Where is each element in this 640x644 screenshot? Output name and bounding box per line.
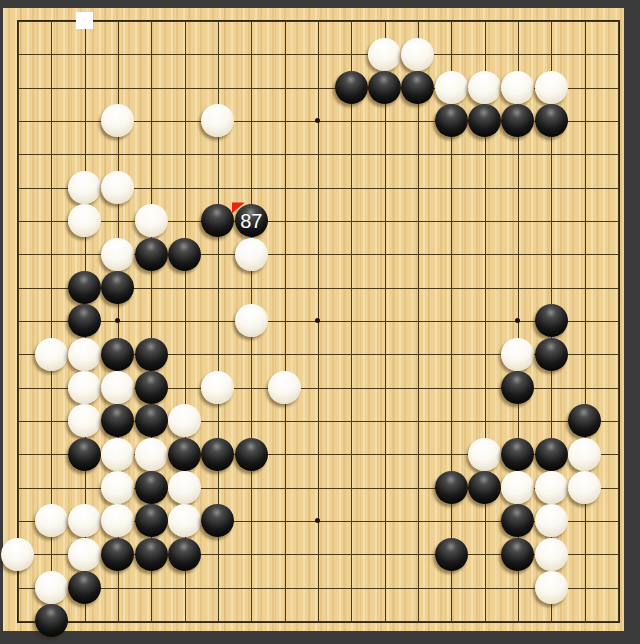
star-point <box>515 318 520 323</box>
white-stone <box>235 304 268 337</box>
board-grid[interactable]: 87 <box>1 4 634 637</box>
app-background: 87 <box>0 0 640 644</box>
last-move-stone: 87 <box>235 204 268 237</box>
white-stone <box>1 538 34 571</box>
black-stone <box>135 504 168 537</box>
white-stone <box>68 171 101 204</box>
black-stone <box>368 71 401 104</box>
white-stone <box>201 371 234 404</box>
white-stone <box>435 71 468 104</box>
black-stone <box>135 471 168 504</box>
white-stone <box>68 204 101 237</box>
white-stone <box>68 404 101 437</box>
white-stone <box>168 504 201 537</box>
white-stone <box>501 471 534 504</box>
white-stone <box>68 338 101 371</box>
black-stone <box>68 438 101 471</box>
white-stone <box>68 504 101 537</box>
star-point <box>315 318 320 323</box>
black-stone <box>335 71 368 104</box>
black-stone <box>135 538 168 571</box>
black-stone <box>201 504 234 537</box>
black-stone <box>501 104 534 137</box>
black-stone <box>135 404 168 437</box>
black-stone <box>168 538 201 571</box>
white-stone <box>535 71 568 104</box>
black-stone <box>101 271 134 304</box>
black-stone <box>535 104 568 137</box>
black-stone <box>501 538 534 571</box>
star-point <box>115 318 120 323</box>
black-stone <box>535 304 568 337</box>
white-stone <box>568 438 601 471</box>
white-stone <box>535 504 568 537</box>
white-stone <box>68 538 101 571</box>
black-stone <box>68 304 101 337</box>
white-stone <box>35 571 68 604</box>
black-stone <box>68 571 101 604</box>
white-stone <box>168 471 201 504</box>
black-stone <box>235 438 268 471</box>
black-stone <box>535 438 568 471</box>
white-stone <box>468 438 501 471</box>
black-stone <box>468 471 501 504</box>
black-stone <box>35 604 68 637</box>
white-stone <box>101 171 134 204</box>
white-stone <box>235 238 268 271</box>
black-stone <box>435 538 468 571</box>
black-stone <box>201 438 234 471</box>
white-stone <box>168 404 201 437</box>
white-stone <box>535 538 568 571</box>
white-stone <box>101 238 134 271</box>
white-stone <box>35 338 68 371</box>
star-point <box>315 518 320 523</box>
white-stone <box>535 471 568 504</box>
black-stone <box>468 104 501 137</box>
white-stone <box>135 204 168 237</box>
black-stone <box>401 71 434 104</box>
black-stone <box>135 371 168 404</box>
black-stone <box>435 104 468 137</box>
white-square-marker <box>76 12 93 29</box>
go-board: 87 <box>3 8 624 631</box>
move-number-label: 87 <box>235 204 268 237</box>
black-stone <box>168 238 201 271</box>
white-stone <box>501 71 534 104</box>
white-stone <box>101 438 134 471</box>
black-stone <box>201 204 234 237</box>
black-stone <box>435 471 468 504</box>
black-stone <box>135 338 168 371</box>
white-stone <box>101 104 134 137</box>
white-stone <box>135 438 168 471</box>
white-stone <box>401 38 434 71</box>
white-stone <box>101 504 134 537</box>
black-stone <box>101 538 134 571</box>
white-stone <box>468 71 501 104</box>
star-point <box>315 118 320 123</box>
black-stone <box>568 404 601 437</box>
black-stone <box>68 271 101 304</box>
black-stone <box>101 338 134 371</box>
black-stone <box>101 404 134 437</box>
black-stone <box>135 238 168 271</box>
black-stone <box>535 338 568 371</box>
black-stone <box>168 438 201 471</box>
white-stone <box>268 371 301 404</box>
white-stone <box>501 338 534 371</box>
white-stone <box>535 571 568 604</box>
black-stone <box>501 438 534 471</box>
black-stone <box>501 371 534 404</box>
white-stone <box>201 104 234 137</box>
white-stone <box>368 38 401 71</box>
white-stone <box>101 371 134 404</box>
white-stone <box>101 471 134 504</box>
white-stone <box>68 371 101 404</box>
white-stone <box>35 504 68 537</box>
white-stone <box>568 471 601 504</box>
black-stone <box>501 504 534 537</box>
